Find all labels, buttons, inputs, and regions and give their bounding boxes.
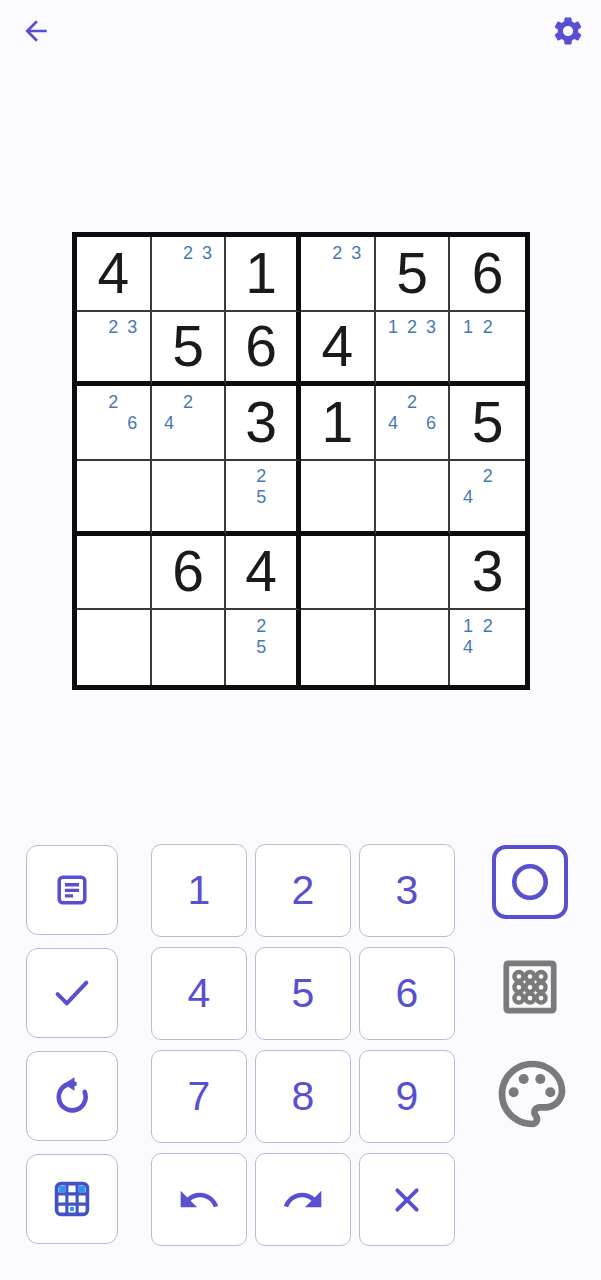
document-lines-icon: [51, 869, 93, 911]
key-6[interactable]: 6: [359, 947, 455, 1040]
note-digit: 2: [483, 467, 493, 485]
cell-r2c1[interactable]: 23: [77, 312, 152, 387]
cell-r5c6[interactable]: 3: [450, 536, 525, 611]
mode-color-button[interactable]: [492, 1053, 572, 1135]
mini-sudoku-grid-icon: [50, 1177, 94, 1221]
key-7[interactable]: 7: [151, 1050, 247, 1143]
note-digit: 1: [463, 318, 473, 336]
cell-r5c5[interactable]: [376, 536, 451, 611]
restart-button[interactable]: [26, 1051, 118, 1141]
cell-r4c3[interactable]: 25: [226, 461, 301, 536]
dots-grid-icon: [494, 950, 566, 1024]
cell-value: 4: [321, 318, 353, 375]
cell-r5c1[interactable]: [77, 536, 152, 611]
note-digit: 4: [463, 488, 473, 506]
cell-r6c3[interactable]: 25: [226, 610, 301, 685]
cell-r3c3[interactable]: 3: [226, 386, 301, 461]
cell-r1c2[interactable]: 23: [152, 237, 227, 312]
note-digit: 2: [332, 244, 342, 262]
cell-r2c4[interactable]: 4: [301, 312, 376, 387]
cell-r1c1[interactable]: 4: [77, 237, 152, 312]
cell-notes: 23: [160, 242, 217, 263]
number-pad: 1 2 3 4 5 6 7 8 9: [151, 844, 455, 1246]
cell-notes: 25: [234, 466, 288, 508]
cell-r2c3[interactable]: 6: [226, 312, 301, 387]
cell-notes: 25: [234, 615, 288, 657]
redo-icon: [281, 1178, 325, 1222]
cell-value: 3: [245, 394, 277, 451]
note-digit: 3: [351, 244, 361, 262]
cell-notes: 123: [384, 317, 441, 338]
note-digit: 6: [127, 414, 137, 432]
x-cross-icon: [387, 1180, 427, 1220]
cell-r5c2[interactable]: 6: [152, 536, 227, 611]
note-digit: 2: [183, 393, 193, 411]
cell-r5c3[interactable]: 4: [226, 536, 301, 611]
cell-r5c4[interactable]: [301, 536, 376, 611]
cell-value: 5: [172, 318, 204, 375]
cell-value: 6: [472, 245, 504, 302]
cell-r4c4[interactable]: [301, 461, 376, 536]
cell-r3c1[interactable]: 26: [77, 386, 152, 461]
note-digit: 2: [108, 318, 118, 336]
cell-r4c1[interactable]: [77, 461, 152, 536]
cell-r3c5[interactable]: 246: [376, 386, 451, 461]
clear-button[interactable]: [359, 1153, 455, 1246]
cell-r3c4[interactable]: 1: [301, 386, 376, 461]
mode-normal-button[interactable]: [492, 845, 568, 919]
cell-notes: 12: [458, 317, 517, 338]
key-4[interactable]: 4: [151, 947, 247, 1040]
gear-icon: [551, 14, 585, 48]
arrow-left-icon: [20, 15, 52, 47]
cell-r2c6[interactable]: 12: [450, 312, 525, 387]
mode-notes-button[interactable]: [494, 950, 566, 1024]
cell-value: 5: [396, 245, 428, 302]
key-1[interactable]: 1: [151, 844, 247, 937]
check-button[interactable]: [26, 948, 118, 1038]
note-digit: 3: [127, 318, 137, 336]
cell-r6c4[interactable]: [301, 610, 376, 685]
cell-notes: 23: [85, 317, 142, 338]
note-digit: 4: [388, 414, 398, 432]
undo-icon: [177, 1178, 221, 1222]
cell-r4c2[interactable]: [152, 461, 227, 536]
cell-notes: 26: [85, 391, 142, 433]
cell-r3c2[interactable]: 24: [152, 386, 227, 461]
cell-value: 3: [472, 543, 504, 600]
note-digit: 6: [426, 414, 436, 432]
cell-r4c6[interactable]: 24: [450, 461, 525, 536]
cell-r6c6[interactable]: 124: [450, 610, 525, 685]
key-9[interactable]: 9: [359, 1050, 455, 1143]
notes-list-button[interactable]: [26, 845, 118, 935]
cell-notes: 246: [384, 391, 441, 433]
cell-notes: 24: [458, 466, 517, 508]
cell-r4c5[interactable]: [376, 461, 451, 536]
sudoku-board: 4231235623564123122624312465252464325124: [72, 232, 530, 690]
redo-button[interactable]: [255, 1153, 351, 1246]
key-8[interactable]: 8: [255, 1050, 351, 1143]
cell-value: 1: [321, 394, 353, 451]
note-digit: 1: [388, 318, 398, 336]
cell-r1c4[interactable]: 23: [301, 237, 376, 312]
note-digit: 5: [256, 488, 266, 506]
cell-r6c5[interactable]: [376, 610, 451, 685]
note-digit: 5: [256, 638, 266, 656]
restart-icon: [49, 1073, 95, 1119]
note-digit: 3: [202, 244, 212, 262]
cell-value: 5: [472, 394, 504, 451]
cell-r2c2[interactable]: 5: [152, 312, 227, 387]
note-digit: 4: [164, 414, 174, 432]
note-digit: 2: [483, 617, 493, 635]
note-digit: 2: [108, 393, 118, 411]
note-digit: 2: [483, 318, 493, 336]
key-5[interactable]: 5: [255, 947, 351, 1040]
cell-notes: 23: [309, 242, 366, 263]
undo-button[interactable]: [151, 1153, 247, 1246]
cell-r1c6[interactable]: 6: [450, 237, 525, 312]
cell-r1c5[interactable]: 5: [376, 237, 451, 312]
cell-value: 6: [245, 318, 277, 375]
note-digit: 2: [256, 617, 266, 635]
cell-value: 4: [245, 543, 277, 600]
cell-r3c6[interactable]: 5: [450, 386, 525, 461]
checkmark-icon: [49, 970, 95, 1016]
cell-value: 1: [245, 245, 277, 302]
cell-r2c5[interactable]: 123: [376, 312, 451, 387]
note-digit: 2: [407, 393, 417, 411]
palette-icon: [492, 1053, 572, 1135]
note-digit: 3: [426, 318, 436, 336]
cell-r6c2[interactable]: [152, 610, 227, 685]
cell-value: 4: [97, 245, 129, 302]
cell-r1c3[interactable]: 1: [226, 237, 301, 312]
cell-value: 6: [172, 543, 204, 600]
note-digit: 2: [407, 318, 417, 336]
note-digit: 1: [463, 617, 473, 635]
settings-button[interactable]: [551, 14, 585, 48]
back-button[interactable]: [20, 15, 52, 47]
board-layout-button[interactable]: [26, 1154, 118, 1244]
cell-notes: 124: [458, 615, 517, 657]
note-digit: 2: [183, 244, 193, 262]
cell-r6c1[interactable]: [77, 610, 152, 685]
left-tool-column: [26, 845, 118, 1244]
cell-notes: 24: [160, 391, 217, 433]
key-3[interactable]: 3: [359, 844, 455, 937]
key-2[interactable]: 2: [255, 844, 351, 937]
note-digit: 4: [463, 638, 473, 656]
circle-outline-icon: [507, 859, 553, 905]
note-digit: 2: [256, 467, 266, 485]
